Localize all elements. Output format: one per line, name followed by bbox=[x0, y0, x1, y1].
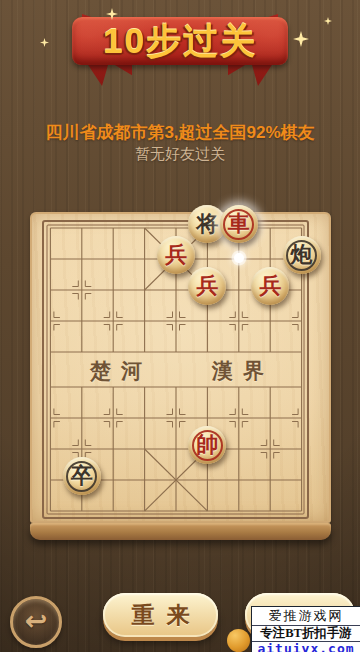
board-point-2-6[interactable] bbox=[97, 403, 128, 434]
board-point-6-2[interactable] bbox=[223, 275, 254, 306]
watermark-box: 爱推游戏网 专注BT折扣手游 aituiyx.com bbox=[251, 606, 360, 652]
board-point-1-6[interactable] bbox=[66, 403, 97, 434]
board-point-7-8[interactable] bbox=[254, 465, 285, 496]
board-point-4-7[interactable] bbox=[160, 434, 191, 465]
board-point-7-3[interactable] bbox=[254, 306, 285, 337]
board-point-4-6[interactable] bbox=[160, 403, 191, 434]
board-point-8-8[interactable] bbox=[286, 465, 317, 496]
board-point-7-6[interactable] bbox=[254, 403, 285, 434]
last-move-dot bbox=[234, 253, 244, 263]
board-point-1-9[interactable] bbox=[66, 496, 97, 527]
board-point-6-0[interactable]: 車 bbox=[223, 213, 254, 244]
board-point-6-3[interactable] bbox=[223, 306, 254, 337]
board-point-6-7[interactable] bbox=[223, 434, 254, 465]
board-point-3-3[interactable] bbox=[129, 306, 160, 337]
xiangqi-puzzle-screen: { "banner": { "title": "10步过关" }, "rank"… bbox=[0, 0, 360, 652]
board-point-5-3[interactable] bbox=[192, 306, 223, 337]
board-point-0-3[interactable] bbox=[35, 306, 66, 337]
board-point-5-7[interactable]: 帥 bbox=[192, 434, 223, 465]
board-point-0-4[interactable] bbox=[35, 337, 66, 368]
board-point-8-4[interactable] bbox=[286, 337, 317, 368]
board-point-4-8[interactable] bbox=[160, 465, 191, 496]
board-bottom-edge bbox=[30, 523, 331, 540]
board-point-7-9[interactable] bbox=[254, 496, 285, 527]
board-point-4-1[interactable]: 兵 bbox=[160, 244, 191, 275]
piece-black-cannon[interactable]: 炮 bbox=[283, 236, 321, 274]
board-point-5-2[interactable]: 兵 bbox=[192, 275, 223, 306]
board-point-0-0[interactable] bbox=[35, 213, 66, 244]
board-point-7-0[interactable] bbox=[254, 213, 285, 244]
board-point-4-5[interactable] bbox=[160, 372, 191, 403]
board-point-4-3[interactable] bbox=[160, 306, 191, 337]
board-point-2-8[interactable] bbox=[97, 465, 128, 496]
piece-ring bbox=[223, 209, 254, 240]
xiangqi-board[interactable]: 将車兵炮兵兵 帥卒 bbox=[30, 212, 331, 523]
board-point-2-9[interactable] bbox=[97, 496, 128, 527]
board-point-6-1[interactable] bbox=[223, 244, 254, 275]
board-point-2-2[interactable] bbox=[97, 275, 128, 306]
friends-status-text: 暂无好友过关 bbox=[0, 145, 360, 164]
star-icon bbox=[293, 31, 309, 47]
board-point-4-2[interactable] bbox=[160, 275, 191, 306]
piece-character: 兵 bbox=[196, 275, 218, 297]
board-point-8-3[interactable] bbox=[286, 306, 317, 337]
board-point-0-9[interactable] bbox=[35, 496, 66, 527]
board-point-2-7[interactable] bbox=[97, 434, 128, 465]
board-points-bottom: 帥卒 bbox=[35, 372, 318, 527]
board-point-0-6[interactable] bbox=[35, 403, 66, 434]
board-point-7-7[interactable] bbox=[254, 434, 285, 465]
restart-button[interactable]: 重来 bbox=[103, 593, 218, 637]
piece-character: 将 bbox=[196, 213, 218, 235]
rank-text: 四川省成都市第3,超过全国92%棋友 bbox=[0, 121, 360, 144]
board-point-6-6[interactable] bbox=[223, 403, 254, 434]
piece-ring bbox=[192, 430, 223, 461]
board-point-3-2[interactable] bbox=[129, 275, 160, 306]
board-point-2-0[interactable] bbox=[97, 213, 128, 244]
board-point-1-2[interactable] bbox=[66, 275, 97, 306]
river-label-chu-he: 楚河 bbox=[90, 355, 152, 387]
board-point-1-0[interactable] bbox=[66, 213, 97, 244]
piece-red-chariot[interactable]: 車 bbox=[220, 205, 258, 243]
watermark-site-name: 爱推游戏网 bbox=[252, 607, 360, 626]
decorative-piece-blob bbox=[227, 629, 250, 652]
board-point-3-9[interactable] bbox=[129, 496, 160, 527]
board-point-2-3[interactable] bbox=[97, 306, 128, 337]
board-point-4-9[interactable] bbox=[160, 496, 191, 527]
level-banner-title: 10步过关 bbox=[103, 18, 257, 65]
board-point-8-2[interactable] bbox=[286, 275, 317, 306]
board-point-2-1[interactable] bbox=[97, 244, 128, 275]
board-point-5-8[interactable] bbox=[192, 465, 223, 496]
piece-black-soldier[interactable]: 卒 bbox=[63, 457, 101, 495]
board-point-1-8[interactable]: 卒 bbox=[66, 465, 97, 496]
piece-ring bbox=[66, 461, 97, 492]
board-point-8-5[interactable] bbox=[286, 372, 317, 403]
board-point-6-8[interactable] bbox=[223, 465, 254, 496]
star-icon bbox=[40, 38, 49, 47]
board-point-4-4[interactable] bbox=[160, 337, 191, 368]
board-point-0-1[interactable] bbox=[35, 244, 66, 275]
watermark-tagline: 专注BT折扣手游 bbox=[252, 626, 360, 642]
star-icon bbox=[324, 17, 332, 25]
board-point-3-1[interactable] bbox=[129, 244, 160, 275]
piece-red-soldier[interactable]: 兵 bbox=[188, 267, 226, 305]
piece-character: 兵 bbox=[165, 244, 187, 266]
board-point-8-9[interactable] bbox=[286, 496, 317, 527]
board-point-3-8[interactable] bbox=[129, 465, 160, 496]
board-point-3-0[interactable] bbox=[129, 213, 160, 244]
board-point-8-7[interactable] bbox=[286, 434, 317, 465]
piece-red-general[interactable]: 帥 bbox=[188, 426, 226, 464]
river-label-han-jie: 漢界 bbox=[212, 355, 274, 387]
watermark-url: aituiyx.com bbox=[252, 642, 360, 652]
undo-arrow-icon: ↩ bbox=[25, 605, 48, 636]
piece-ring bbox=[286, 240, 317, 271]
undo-button[interactable]: ↩ bbox=[10, 596, 62, 648]
board-point-1-3[interactable] bbox=[66, 306, 97, 337]
piece-character: 兵 bbox=[259, 275, 281, 297]
restart-button-label: 重来 bbox=[120, 600, 202, 631]
board-points-top: 将車兵炮兵兵 bbox=[35, 213, 318, 368]
board-point-1-1[interactable] bbox=[66, 244, 97, 275]
board-point-0-7[interactable] bbox=[35, 434, 66, 465]
board-point-0-5[interactable] bbox=[35, 372, 66, 403]
board-point-5-9[interactable] bbox=[192, 496, 223, 527]
board-point-0-8[interactable] bbox=[35, 465, 66, 496]
board-point-8-6[interactable] bbox=[286, 403, 317, 434]
board-point-6-9[interactable] bbox=[223, 496, 254, 527]
level-banner: 10步过关 bbox=[72, 17, 288, 65]
board-point-7-2[interactable]: 兵 bbox=[254, 275, 285, 306]
board-point-3-7[interactable] bbox=[129, 434, 160, 465]
board-point-8-1[interactable]: 炮 bbox=[286, 244, 317, 275]
board-point-3-6[interactable] bbox=[129, 403, 160, 434]
piece-red-soldier[interactable]: 兵 bbox=[251, 267, 289, 305]
board-point-0-2[interactable] bbox=[35, 275, 66, 306]
board-point-5-0[interactable]: 将 bbox=[192, 213, 223, 244]
piece-red-soldier[interactable]: 兵 bbox=[157, 236, 195, 274]
